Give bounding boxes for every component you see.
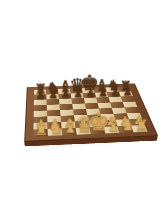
board-grid: ♜♞♝♛♚♝♞♜♟♟♟♟♟♟♟♟♟♟♟♟♟♟♟♟♜♞♝♛♚♝♞♜ — [33, 87, 147, 137]
square-f4 — [99, 108, 114, 114]
square-a3 — [34, 116, 48, 123]
square-d1: ♛ — [76, 127, 91, 134]
square-b1: ♞ — [48, 128, 63, 135]
piece-dark-rook: ♜ — [119, 79, 131, 92]
piece-dark-knight: ♞ — [46, 81, 59, 95]
scene: ♜♞♝♛♚♝♞♜♟♟♟♟♟♟♟♟♟♟♟♟♟♟♟♟♜♞♝♛♚♝♞♜ — [26, 49, 146, 169]
square-h1: ♜ — [131, 125, 147, 132]
piece-dark-rook: ♜ — [34, 82, 46, 95]
board-edge — [24, 135, 158, 147]
square-c5 — [59, 104, 73, 110]
piece-dark-bishop: ♝ — [58, 79, 71, 94]
chess-board: ♜♞♝♛♚♝♞♜♟♟♟♟♟♟♟♟♟♟♟♟♟♟♟♟♜♞♝♛♚♝♞♜ — [24, 83, 158, 141]
square-a1: ♜ — [33, 129, 47, 136]
square-c1: ♝ — [62, 128, 77, 135]
square-h4 — [125, 107, 140, 113]
chess-set-product-photo[interactable]: ♜♞♝♛♚♝♞♜♟♟♟♟♟♟♟♟♟♟♟♟♟♟♟♟♜♞♝♛♚♝♞♜ — [0, 0, 164, 200]
square-h5 — [123, 102, 138, 108]
